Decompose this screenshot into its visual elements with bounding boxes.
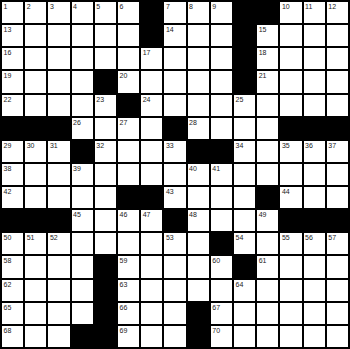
- block-cell: [118, 187, 139, 208]
- letter-cell[interactable]: [280, 48, 301, 69]
- letter-cell[interactable]: [280, 95, 301, 116]
- block-cell: [118, 95, 139, 116]
- letter-cell[interactable]: [188, 280, 209, 301]
- block-cell: [257, 187, 278, 208]
- letter-cell[interactable]: 46: [118, 210, 139, 231]
- clue-number: 35: [282, 141, 290, 150]
- letter-cell[interactable]: 8: [188, 2, 209, 23]
- letter-cell[interactable]: [95, 48, 116, 69]
- block-cell: [25, 118, 46, 139]
- letter-cell[interactable]: 57: [327, 233, 348, 254]
- clue-number: 4: [73, 2, 77, 11]
- letter-cell[interactable]: 63: [118, 280, 139, 301]
- clue-number: 34: [236, 141, 244, 150]
- letter-cell[interactable]: [25, 95, 46, 116]
- block-cell: [234, 25, 255, 46]
- letter-cell[interactable]: 25: [234, 95, 255, 116]
- letter-cell[interactable]: 49: [257, 210, 278, 231]
- letter-cell[interactable]: [188, 233, 209, 254]
- letter-cell[interactable]: [25, 256, 46, 277]
- letter-cell[interactable]: [327, 256, 348, 277]
- letter-cell[interactable]: [141, 303, 162, 324]
- letter-cell[interactable]: 55: [280, 233, 301, 254]
- letter-cell[interactable]: [25, 25, 46, 46]
- letter-cell[interactable]: 47: [141, 210, 162, 231]
- clue-number: 40: [189, 164, 197, 173]
- clue-number: 7: [166, 2, 170, 11]
- letter-cell[interactable]: 22: [2, 95, 23, 116]
- clue-number: 6: [120, 2, 124, 11]
- crossword-puzzle: 1234567891011121314151617181920212223242…: [0, 0, 350, 349]
- block-cell: [188, 326, 209, 347]
- clue-number: 66: [120, 303, 128, 312]
- letter-cell[interactable]: [48, 280, 69, 301]
- letter-cell[interactable]: [211, 210, 232, 231]
- letter-cell[interactable]: [257, 303, 278, 324]
- clue-number: 31: [50, 141, 58, 150]
- clue-number: 8: [189, 2, 193, 11]
- clue-number: 9: [212, 2, 216, 11]
- clue-number: 50: [4, 233, 12, 242]
- letter-cell[interactable]: 24: [141, 95, 162, 116]
- letter-cell[interactable]: [304, 326, 325, 347]
- block-cell: [95, 326, 116, 347]
- letter-cell[interactable]: [95, 233, 116, 254]
- clue-number: 56: [305, 233, 313, 242]
- block-cell: [234, 71, 255, 92]
- letter-cell[interactable]: 23: [95, 95, 116, 116]
- letter-cell[interactable]: 51: [25, 233, 46, 254]
- letter-cell[interactable]: [95, 210, 116, 231]
- clue-number: 55: [282, 233, 290, 242]
- block-cell: [164, 210, 185, 231]
- letter-cell[interactable]: [48, 164, 69, 185]
- letter-cell[interactable]: 5: [95, 2, 116, 23]
- letter-cell[interactable]: 32: [95, 141, 116, 162]
- letter-cell[interactable]: 61: [257, 256, 278, 277]
- letter-cell[interactable]: [304, 256, 325, 277]
- letter-cell[interactable]: [211, 187, 232, 208]
- letter-cell[interactable]: [25, 71, 46, 92]
- clue-number: 21: [259, 71, 267, 80]
- clue-number: 19: [4, 71, 12, 80]
- letter-cell[interactable]: [211, 48, 232, 69]
- letter-cell[interactable]: 2: [25, 2, 46, 23]
- letter-cell[interactable]: 69: [118, 326, 139, 347]
- letter-cell[interactable]: 34: [234, 141, 255, 162]
- letter-cell[interactable]: [118, 25, 139, 46]
- letter-cell[interactable]: [72, 48, 93, 69]
- clue-number: 43: [166, 187, 174, 196]
- letter-cell[interactable]: [327, 187, 348, 208]
- clue-number: 15: [259, 25, 267, 34]
- letter-cell[interactable]: [327, 326, 348, 347]
- clue-number: 62: [4, 280, 12, 289]
- clue-number: 68: [4, 326, 12, 335]
- letter-cell[interactable]: 3: [48, 2, 69, 23]
- clue-number: 13: [4, 25, 12, 34]
- clue-number: 11: [305, 2, 312, 11]
- clue-number: 53: [166, 233, 174, 242]
- letter-cell[interactable]: [234, 187, 255, 208]
- clue-number: 49: [259, 210, 267, 219]
- letter-cell[interactable]: [25, 326, 46, 347]
- clue-number: 26: [73, 118, 81, 127]
- letter-cell[interactable]: 43: [164, 187, 185, 208]
- letter-cell[interactable]: 50: [2, 233, 23, 254]
- clue-number: 32: [96, 141, 104, 150]
- clue-number: 58: [4, 256, 12, 265]
- letter-cell[interactable]: 58: [2, 256, 23, 277]
- letter-cell[interactable]: [164, 95, 185, 116]
- letter-cell[interactable]: [141, 141, 162, 162]
- letter-cell[interactable]: [188, 25, 209, 46]
- letter-cell[interactable]: [234, 118, 255, 139]
- clue-number: 5: [96, 2, 100, 11]
- letter-cell[interactable]: [95, 164, 116, 185]
- letter-cell[interactable]: [257, 118, 278, 139]
- block-cell: [280, 210, 301, 231]
- clue-number: 1: [4, 2, 8, 11]
- letter-cell[interactable]: [327, 95, 348, 116]
- clue-number: 70: [212, 326, 220, 335]
- clue-number: 16: [4, 48, 12, 57]
- clue-number: 59: [120, 256, 128, 265]
- letter-cell[interactable]: [141, 164, 162, 185]
- letter-cell[interactable]: [234, 326, 255, 347]
- clue-number: 47: [143, 210, 151, 219]
- letter-cell[interactable]: 28: [188, 118, 209, 139]
- letter-cell[interactable]: 64: [234, 280, 255, 301]
- letter-cell[interactable]: [164, 280, 185, 301]
- letter-cell[interactable]: [280, 326, 301, 347]
- letter-cell[interactable]: [257, 326, 278, 347]
- letter-cell[interactable]: [48, 326, 69, 347]
- clue-number: 33: [166, 141, 174, 150]
- letter-cell[interactable]: 59: [118, 256, 139, 277]
- clue-number: 18: [259, 48, 267, 57]
- block-cell: [48, 118, 69, 139]
- letter-cell[interactable]: [188, 187, 209, 208]
- clue-number: 41: [212, 164, 220, 173]
- letter-cell[interactable]: [280, 303, 301, 324]
- clue-number: 65: [4, 303, 12, 312]
- block-cell: [304, 210, 325, 231]
- block-cell: [2, 210, 23, 231]
- letter-cell[interactable]: 56: [304, 233, 325, 254]
- clue-number: 63: [120, 280, 128, 289]
- clue-number: 38: [4, 164, 12, 173]
- letter-cell[interactable]: [211, 71, 232, 92]
- clue-number: 69: [120, 326, 128, 335]
- block-cell: [304, 118, 325, 139]
- letter-cell[interactable]: [257, 95, 278, 116]
- letter-cell[interactable]: [211, 118, 232, 139]
- block-cell: [211, 233, 232, 254]
- letter-cell[interactable]: 68: [2, 326, 23, 347]
- clue-number: 27: [120, 118, 128, 127]
- clue-number: 39: [73, 164, 81, 173]
- letter-cell[interactable]: 21: [257, 71, 278, 92]
- letter-cell[interactable]: [188, 48, 209, 69]
- clue-number: 52: [50, 233, 58, 242]
- letter-cell[interactable]: 20: [118, 71, 139, 92]
- letter-cell[interactable]: [72, 95, 93, 116]
- letter-cell[interactable]: [304, 187, 325, 208]
- block-cell: [72, 141, 93, 162]
- letter-cell[interactable]: [257, 164, 278, 185]
- letter-cell[interactable]: [280, 256, 301, 277]
- block-cell: [72, 326, 93, 347]
- letter-cell[interactable]: 65: [2, 303, 23, 324]
- clue-number: 60: [212, 256, 220, 265]
- block-cell: [141, 187, 162, 208]
- clue-number: 42: [4, 187, 12, 196]
- letter-cell[interactable]: 37: [327, 141, 348, 162]
- letter-cell[interactable]: [141, 256, 162, 277]
- clue-number: 20: [120, 71, 128, 80]
- letter-cell[interactable]: [25, 164, 46, 185]
- letter-cell[interactable]: [327, 303, 348, 324]
- letter-cell[interactable]: [72, 233, 93, 254]
- block-cell: [48, 210, 69, 231]
- clue-number: 67: [212, 303, 220, 312]
- letter-cell[interactable]: [141, 280, 162, 301]
- clue-number: 61: [259, 256, 267, 265]
- clue-number: 10: [282, 2, 290, 11]
- letter-cell[interactable]: [95, 187, 116, 208]
- letter-cell[interactable]: [211, 25, 232, 46]
- letter-cell[interactable]: [25, 48, 46, 69]
- letter-cell[interactable]: 14: [164, 25, 185, 46]
- letter-cell[interactable]: 52: [48, 233, 69, 254]
- letter-cell[interactable]: [327, 48, 348, 69]
- letter-cell[interactable]: [327, 280, 348, 301]
- letter-cell[interactable]: 35: [280, 141, 301, 162]
- letter-cell[interactable]: 9: [211, 2, 232, 23]
- letter-cell[interactable]: [234, 164, 255, 185]
- letter-cell[interactable]: [164, 256, 185, 277]
- clue-number: 64: [236, 280, 244, 289]
- clue-number: 36: [305, 141, 313, 150]
- letter-cell[interactable]: [188, 256, 209, 277]
- letter-cell[interactable]: [211, 95, 232, 116]
- letter-cell[interactable]: 41: [211, 164, 232, 185]
- letter-cell[interactable]: [72, 25, 93, 46]
- letter-cell[interactable]: 66: [118, 303, 139, 324]
- letter-cell[interactable]: 39: [72, 164, 93, 185]
- letter-cell[interactable]: 36: [304, 141, 325, 162]
- letter-cell[interactable]: [118, 164, 139, 185]
- block-cell: [257, 2, 278, 23]
- clue-number: 30: [27, 141, 35, 150]
- letter-cell[interactable]: [304, 280, 325, 301]
- clue-number: 22: [4, 95, 12, 104]
- letter-cell[interactable]: [72, 187, 93, 208]
- letter-cell[interactable]: 27: [118, 118, 139, 139]
- letter-cell[interactable]: 29: [2, 141, 23, 162]
- letter-cell[interactable]: [257, 141, 278, 162]
- clue-number: 23: [96, 95, 104, 104]
- letter-cell[interactable]: [257, 233, 278, 254]
- clue-number: 3: [50, 2, 54, 11]
- clue-number: 37: [328, 141, 336, 150]
- letter-cell[interactable]: [164, 71, 185, 92]
- letter-cell[interactable]: [164, 326, 185, 347]
- clue-number: 12: [328, 2, 336, 11]
- letter-cell[interactable]: [304, 25, 325, 46]
- letter-cell[interactable]: [280, 164, 301, 185]
- letter-cell[interactable]: 70: [211, 326, 232, 347]
- letter-cell[interactable]: 4: [72, 2, 93, 23]
- block-cell: [95, 256, 116, 277]
- letter-cell[interactable]: [48, 48, 69, 69]
- letter-cell[interactable]: 19: [2, 71, 23, 92]
- letter-cell[interactable]: [72, 303, 93, 324]
- letter-cell[interactable]: [95, 118, 116, 139]
- letter-cell[interactable]: 60: [211, 256, 232, 277]
- letter-cell[interactable]: 13: [2, 25, 23, 46]
- clue-number: 45: [73, 210, 81, 219]
- block-cell: [234, 48, 255, 69]
- letter-cell[interactable]: 54: [234, 233, 255, 254]
- letter-cell[interactable]: [304, 303, 325, 324]
- letter-cell[interactable]: [72, 256, 93, 277]
- letter-cell[interactable]: [257, 280, 278, 301]
- letter-cell[interactable]: 40: [188, 164, 209, 185]
- letter-cell[interactable]: [304, 48, 325, 69]
- letter-cell[interactable]: [304, 164, 325, 185]
- letter-cell[interactable]: [164, 303, 185, 324]
- letter-cell[interactable]: [280, 280, 301, 301]
- letter-cell[interactable]: 31: [48, 141, 69, 162]
- letter-cell[interactable]: [25, 187, 46, 208]
- letter-cell[interactable]: [72, 280, 93, 301]
- clue-number: 44: [282, 187, 290, 196]
- clue-number: 54: [236, 233, 244, 242]
- letter-cell[interactable]: [304, 71, 325, 92]
- letter-cell[interactable]: [211, 280, 232, 301]
- letter-cell[interactable]: 18: [257, 48, 278, 69]
- block-cell: [234, 2, 255, 23]
- block-cell: [327, 210, 348, 231]
- block-cell: [141, 2, 162, 23]
- letter-cell[interactable]: [164, 164, 185, 185]
- block-cell: [95, 280, 116, 301]
- letter-cell[interactable]: [141, 233, 162, 254]
- clue-number: 51: [27, 233, 35, 242]
- letter-cell[interactable]: 45: [72, 210, 93, 231]
- letter-cell[interactable]: [280, 71, 301, 92]
- letter-cell[interactable]: 16: [2, 48, 23, 69]
- block-cell: [2, 118, 23, 139]
- clue-number: 29: [4, 141, 12, 150]
- letter-cell[interactable]: [327, 71, 348, 92]
- letter-cell[interactable]: 30: [25, 141, 46, 162]
- letter-cell[interactable]: 26: [72, 118, 93, 139]
- letter-cell[interactable]: [72, 71, 93, 92]
- crossword-board: 1234567891011121314151617181920212223242…: [0, 0, 350, 349]
- clue-number: 57: [328, 233, 336, 242]
- letter-cell[interactable]: [188, 95, 209, 116]
- letter-cell[interactable]: [48, 303, 69, 324]
- block-cell: [95, 303, 116, 324]
- letter-cell[interactable]: 7: [164, 2, 185, 23]
- letter-cell[interactable]: 42: [2, 187, 23, 208]
- letter-cell[interactable]: [48, 95, 69, 116]
- clue-number: 25: [236, 95, 244, 104]
- letter-cell[interactable]: 62: [2, 280, 23, 301]
- letter-cell[interactable]: 15: [257, 25, 278, 46]
- letter-cell[interactable]: 67: [211, 303, 232, 324]
- clue-number: 17: [143, 48, 151, 57]
- letter-cell[interactable]: [48, 71, 69, 92]
- letter-cell[interactable]: 33: [164, 141, 185, 162]
- block-cell: [25, 210, 46, 231]
- block-cell: [164, 118, 185, 139]
- letter-cell[interactable]: [164, 48, 185, 69]
- block-cell: [95, 71, 116, 92]
- clue-number: 24: [143, 95, 151, 104]
- letter-cell[interactable]: 6: [118, 2, 139, 23]
- letter-cell[interactable]: 11: [304, 2, 325, 23]
- letter-cell[interactable]: [118, 141, 139, 162]
- letter-cell[interactable]: 53: [164, 233, 185, 254]
- letter-cell[interactable]: 12: [327, 2, 348, 23]
- letter-cell[interactable]: [304, 95, 325, 116]
- clue-number: 48: [189, 210, 197, 219]
- letter-cell[interactable]: [48, 25, 69, 46]
- letter-cell[interactable]: [327, 164, 348, 185]
- letter-cell[interactable]: [95, 25, 116, 46]
- letter-cell[interactable]: [234, 303, 255, 324]
- block-cell: [280, 118, 301, 139]
- letter-cell[interactable]: 38: [2, 164, 23, 185]
- letter-cell[interactable]: [25, 280, 46, 301]
- clue-number: 14: [166, 25, 174, 34]
- clue-number: 2: [27, 2, 31, 11]
- letter-cell[interactable]: 48: [188, 210, 209, 231]
- letter-cell[interactable]: [141, 71, 162, 92]
- letter-cell[interactable]: [118, 48, 139, 69]
- block-cell: [234, 256, 255, 277]
- block-cell: [211, 141, 232, 162]
- letter-cell[interactable]: [141, 326, 162, 347]
- letter-cell[interactable]: 10: [280, 2, 301, 23]
- letter-cell[interactable]: [280, 25, 301, 46]
- block-cell: [188, 141, 209, 162]
- clue-number: 28: [189, 118, 197, 127]
- letter-cell[interactable]: [234, 210, 255, 231]
- block-cell: [327, 118, 348, 139]
- letter-cell[interactable]: [141, 118, 162, 139]
- clue-number: 46: [120, 210, 128, 219]
- block-cell: [141, 25, 162, 46]
- letter-cell[interactable]: 1: [2, 2, 23, 23]
- letter-cell[interactable]: [48, 187, 69, 208]
- letter-cell[interactable]: [327, 25, 348, 46]
- letter-cell[interactable]: [48, 256, 69, 277]
- letter-cell[interactable]: 44: [280, 187, 301, 208]
- letter-cell[interactable]: [118, 233, 139, 254]
- letter-cell[interactable]: 17: [141, 48, 162, 69]
- block-cell: [188, 303, 209, 324]
- letter-cell[interactable]: [188, 71, 209, 92]
- letter-cell[interactable]: [25, 303, 46, 324]
